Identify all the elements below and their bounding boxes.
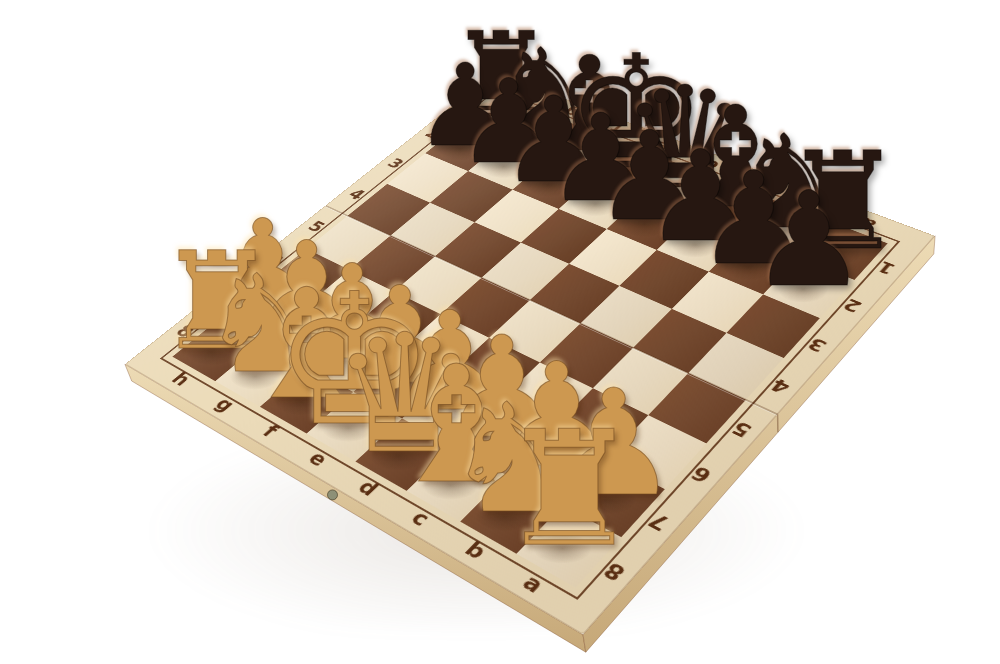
latch-pin [328,490,338,500]
piece-white-rook-a8[interactable]: ♜ [498,409,640,567]
piece-black-pawn-a2[interactable]: ♟ [750,175,867,306]
chess-set-photo: hgfedcba hgfedcba 12345678 12345678 ♜♞♟♝… [0,0,1000,664]
